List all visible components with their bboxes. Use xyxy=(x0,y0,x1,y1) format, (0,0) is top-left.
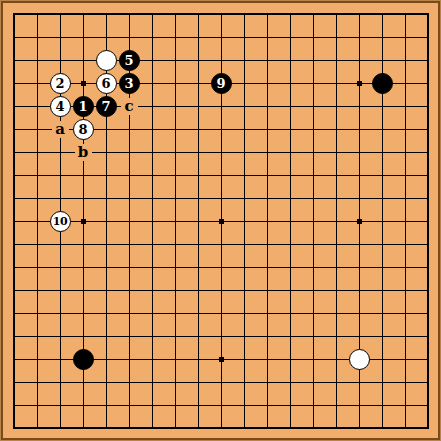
move-number: 2 xyxy=(55,77,64,90)
black-stone[interactable]: 3 xyxy=(119,73,140,94)
move-number: 9 xyxy=(216,77,225,90)
move-number: 10 xyxy=(53,216,67,227)
white-stone[interactable] xyxy=(96,50,117,71)
black-stone[interactable]: 5 xyxy=(119,50,140,71)
stone-layer: 24681053179abc xyxy=(3,3,440,440)
white-stone[interactable] xyxy=(349,349,370,370)
point-label-a[interactable]: a xyxy=(52,121,69,138)
move-number: 1 xyxy=(78,100,87,113)
white-stone[interactable]: 10 xyxy=(50,211,71,232)
black-stone[interactable]: 9 xyxy=(211,73,232,94)
white-stone[interactable]: 4 xyxy=(50,96,71,117)
white-stone[interactable]: 2 xyxy=(50,73,71,94)
black-stone[interactable] xyxy=(372,73,393,94)
black-stone[interactable] xyxy=(73,349,94,370)
black-stone[interactable]: 7 xyxy=(96,96,117,117)
move-number: 7 xyxy=(101,100,110,113)
move-number: 6 xyxy=(101,77,110,90)
move-number: 3 xyxy=(124,77,133,90)
move-number: 4 xyxy=(55,100,64,113)
move-number: 5 xyxy=(124,54,133,67)
white-stone[interactable]: 8 xyxy=(73,119,94,140)
black-stone[interactable]: 1 xyxy=(73,96,94,117)
point-label-b[interactable]: b xyxy=(75,144,92,161)
move-number: 8 xyxy=(78,123,87,136)
white-stone[interactable]: 6 xyxy=(96,73,117,94)
go-board[interactable]: 24681053179abc xyxy=(0,0,441,441)
point-label-c[interactable]: c xyxy=(121,98,138,115)
